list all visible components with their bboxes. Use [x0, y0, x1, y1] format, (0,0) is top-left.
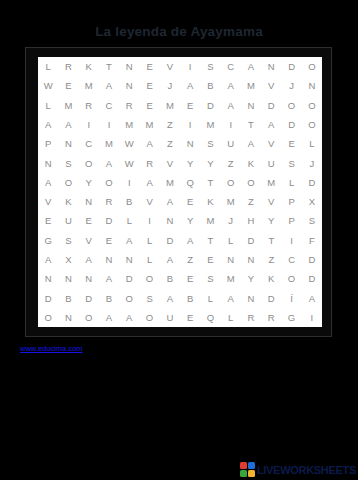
grid-cell[interactable]: I	[99, 115, 119, 134]
grid-cell[interactable]: D	[281, 57, 301, 76]
grid-cell[interactable]: V	[261, 134, 281, 153]
grid-cell[interactable]: E	[180, 192, 200, 211]
grid-cell[interactable]: O	[58, 173, 78, 192]
grid-cell[interactable]: P	[281, 211, 301, 230]
grid-cell[interactable]: T	[99, 57, 119, 76]
grid-cell[interactable]: U	[160, 308, 180, 327]
grid-cell[interactable]: R	[58, 57, 78, 76]
grid-cell[interactable]: T	[200, 173, 220, 192]
grid-cell[interactable]: V	[160, 153, 180, 172]
grid-cell[interactable]: I	[139, 211, 159, 230]
grid-cell[interactable]: R	[261, 308, 281, 327]
grid-cell[interactable]: T	[261, 231, 281, 250]
grid-cell[interactable]: A	[180, 231, 200, 250]
grid-cell[interactable]: B	[99, 288, 119, 307]
grid-cell[interactable]: N	[119, 57, 139, 76]
grid-cell[interactable]: E	[99, 231, 119, 250]
grid-cell[interactable]: R	[99, 192, 119, 211]
liveworksheets-icon	[240, 462, 255, 477]
grid-cell[interactable]: U	[58, 211, 78, 230]
grid-cell[interactable]: X	[302, 192, 322, 211]
grid-cell[interactable]: Z	[261, 250, 281, 269]
grid-cell[interactable]: A	[221, 288, 241, 307]
grid-cell[interactable]: A	[99, 308, 119, 327]
grid-cell[interactable]: G	[281, 308, 301, 327]
grid-cell[interactable]: W	[38, 76, 58, 95]
grid-cell[interactable]: M	[200, 115, 220, 134]
grid-cell[interactable]: R	[79, 96, 99, 115]
grid-cell[interactable]: J	[221, 211, 241, 230]
grid-cell[interactable]: D	[38, 288, 58, 307]
grid-cell[interactable]: M	[160, 173, 180, 192]
grid-cell[interactable]: L	[200, 288, 220, 307]
grid-cell[interactable]: D	[241, 231, 261, 250]
grid-cell[interactable]: D	[302, 250, 322, 269]
grid-cell[interactable]: E	[180, 96, 200, 115]
grid-cell[interactable]: E	[139, 57, 159, 76]
grid-cell[interactable]: S	[200, 269, 220, 288]
grid-cell[interactable]: N	[261, 57, 281, 76]
educima-source-link[interactable]: www.educima.com	[20, 344, 83, 353]
grid-cell[interactable]: E	[38, 211, 58, 230]
grid-cell[interactable]: M	[119, 115, 139, 134]
grid-cell[interactable]: W	[119, 153, 139, 172]
grid-cell[interactable]: N	[79, 192, 99, 211]
grid-cell[interactable]: A	[160, 192, 180, 211]
grid-cell[interactable]: A	[180, 76, 200, 95]
grid-cell[interactable]: L	[139, 250, 159, 269]
grid-cell[interactable]: O	[79, 153, 99, 172]
grid-cell[interactable]: O	[302, 96, 322, 115]
grid-cell[interactable]: N	[241, 288, 261, 307]
grid-cell[interactable]: Y	[79, 173, 99, 192]
grid-cell[interactable]: L	[221, 231, 241, 250]
grid-cell[interactable]: O	[139, 269, 159, 288]
grid-cell[interactable]: Y	[200, 153, 220, 172]
grid-cell[interactable]: I	[302, 308, 322, 327]
grid-cell[interactable]: B	[180, 288, 200, 307]
grid-cell[interactable]: L	[38, 96, 58, 115]
grid-cell[interactable]: I	[180, 57, 200, 76]
grid-cell[interactable]: E	[139, 96, 159, 115]
grid-cell[interactable]: O	[119, 288, 139, 307]
letter-grid[interactable]: LRKTNEVISCANDOWEMANEJABAMVJNLMRCREMEDAND…	[38, 57, 322, 327]
liveworksheets-label: LIVEWORKSHEETS	[257, 464, 356, 476]
grid-cell[interactable]: J	[302, 153, 322, 172]
grid-cell[interactable]: O	[241, 173, 261, 192]
grid-cell[interactable]: M	[200, 211, 220, 230]
grid-cell[interactable]: A	[241, 57, 261, 76]
grid-cell[interactable]: F	[302, 231, 322, 250]
grid-cell[interactable]: K	[261, 269, 281, 288]
grid-cell[interactable]: D	[160, 231, 180, 250]
grid-cell[interactable]: A	[160, 288, 180, 307]
grid-cell[interactable]: E	[200, 250, 220, 269]
grid-cell[interactable]: N	[160, 211, 180, 230]
worksheet-page: La leyenda de Ayaymama LRKTNEVISCANDOWEM…	[0, 0, 358, 480]
grid-cell[interactable]: B	[58, 288, 78, 307]
grid-cell[interactable]: Z	[180, 250, 200, 269]
grid-cell[interactable]: O	[281, 269, 301, 288]
grid-cell[interactable]: L	[119, 211, 139, 230]
grid-cell[interactable]: E	[58, 76, 78, 95]
grid-cell[interactable]: T	[241, 115, 261, 134]
grid-cell[interactable]: E	[180, 269, 200, 288]
grid-cell[interactable]: M	[139, 115, 159, 134]
grid-cell[interactable]: A	[139, 173, 159, 192]
grid-cell[interactable]: M	[221, 192, 241, 211]
grid-cell[interactable]: X	[58, 250, 78, 269]
grid-cell[interactable]: Y	[241, 269, 261, 288]
grid-cell[interactable]: V	[261, 76, 281, 95]
grid-cell[interactable]: V	[79, 231, 99, 250]
grid-cell[interactable]: L	[38, 57, 58, 76]
grid-cell[interactable]: D	[302, 173, 322, 192]
grid-cell[interactable]: B	[200, 76, 220, 95]
grid-cell[interactable]: B	[160, 269, 180, 288]
grid-cell[interactable]: V	[160, 57, 180, 76]
grid-cell[interactable]: O	[281, 96, 301, 115]
grid-cell[interactable]: Z	[160, 115, 180, 134]
grid-cell[interactable]: D	[281, 115, 301, 134]
grid-cell[interactable]: N	[119, 76, 139, 95]
grid-cell[interactable]: S	[139, 288, 159, 307]
grid-cell[interactable]: M	[79, 76, 99, 95]
grid-cell[interactable]: P	[38, 134, 58, 153]
grid-cell[interactable]: R	[241, 308, 261, 327]
grid-cell[interactable]: Y	[180, 153, 200, 172]
grid-cell[interactable]: C	[99, 96, 119, 115]
grid-cell[interactable]: Y	[180, 211, 200, 230]
grid-cell[interactable]: L	[281, 173, 301, 192]
grid-cell[interactable]: A	[38, 250, 58, 269]
grid-cell[interactable]: N	[79, 269, 99, 288]
liveworksheets-logo[interactable]: LIVEWORKSHEETS	[240, 462, 356, 477]
grid-cell[interactable]: K	[200, 192, 220, 211]
grid-cell[interactable]: A	[99, 76, 119, 95]
grid-cell[interactable]: J	[160, 76, 180, 95]
grid-cell[interactable]: D	[200, 96, 220, 115]
grid-cell[interactable]: S	[302, 211, 322, 230]
grid-cell[interactable]: S	[58, 153, 78, 172]
grid-cell[interactable]: A	[99, 269, 119, 288]
grid-cell[interactable]: E	[281, 134, 301, 153]
grid-cell[interactable]: M	[99, 134, 119, 153]
grid-cell[interactable]: B	[119, 192, 139, 211]
grid-cell[interactable]: O	[221, 173, 241, 192]
grid-cell[interactable]: M	[241, 76, 261, 95]
grid-cell[interactable]: U	[221, 134, 241, 153]
grid-cell[interactable]: A	[99, 153, 119, 172]
grid-cell[interactable]: N	[38, 269, 58, 288]
grid-cell[interactable]: S	[58, 231, 78, 250]
grid-cell[interactable]: A	[139, 134, 159, 153]
grid-cell[interactable]: N	[302, 76, 322, 95]
grid-cell[interactable]: D	[119, 269, 139, 288]
grid-cell[interactable]: I	[221, 115, 241, 134]
grid-cell[interactable]: A	[302, 288, 322, 307]
grid-cell[interactable]: N	[119, 250, 139, 269]
grid-cell[interactable]: G	[38, 231, 58, 250]
grid-cell[interactable]: J	[281, 76, 301, 95]
grid-cell[interactable]: E	[180, 308, 200, 327]
grid-cell[interactable]: O	[79, 308, 99, 327]
grid-cell[interactable]: Z	[221, 153, 241, 172]
grid-cell[interactable]: E	[139, 76, 159, 95]
grid-cell[interactable]: L	[221, 308, 241, 327]
grid-cell[interactable]: N	[58, 308, 78, 327]
grid-cell[interactable]: N	[58, 134, 78, 153]
grid-cell[interactable]: Í	[281, 288, 301, 307]
grid-cell[interactable]: N	[221, 250, 241, 269]
grid-cell[interactable]: K	[79, 57, 99, 76]
grid-cell[interactable]: Q	[200, 308, 220, 327]
grid-cell[interactable]: O	[302, 115, 322, 134]
grid-cell[interactable]: D	[261, 288, 281, 307]
grid-cell[interactable]: A	[221, 76, 241, 95]
grid-cell[interactable]: W	[119, 134, 139, 153]
grid-cell[interactable]: O	[99, 173, 119, 192]
grid-cell[interactable]: A	[119, 231, 139, 250]
grid-cell[interactable]: P	[281, 192, 301, 211]
grid-cell[interactable]: D	[79, 288, 99, 307]
grid-cell[interactable]: I	[119, 173, 139, 192]
grid-cell[interactable]: M	[160, 96, 180, 115]
grid-cell[interactable]: A	[38, 115, 58, 134]
grid-cell[interactable]: I	[180, 115, 200, 134]
grid-cell[interactable]: H	[241, 211, 261, 230]
grid-cell[interactable]: M	[261, 173, 281, 192]
grid-cell[interactable]: N	[38, 153, 58, 172]
grid-cell[interactable]: T	[200, 231, 220, 250]
grid-cell[interactable]: C	[281, 250, 301, 269]
grid-cell[interactable]: M	[58, 96, 78, 115]
grid-cell[interactable]: A	[119, 308, 139, 327]
grid-cell[interactable]: Q	[180, 173, 200, 192]
grid-cell[interactable]: K	[241, 153, 261, 172]
grid-cell[interactable]: N	[180, 134, 200, 153]
grid-cell[interactable]: A	[58, 115, 78, 134]
grid-cell[interactable]: O	[38, 308, 58, 327]
grid-cell[interactable]: S	[200, 134, 220, 153]
grid-cell[interactable]: D	[99, 211, 119, 230]
grid-cell[interactable]: C	[221, 57, 241, 76]
grid-cell[interactable]: U	[261, 153, 281, 172]
grid-cell[interactable]: I	[281, 231, 301, 250]
grid-cell[interactable]: N	[58, 269, 78, 288]
grid-cell[interactable]: R	[119, 96, 139, 115]
grid-cell[interactable]: A	[241, 134, 261, 153]
grid-cell[interactable]: N	[241, 96, 261, 115]
grid-cell[interactable]: V	[261, 192, 281, 211]
grid-cell[interactable]: K	[58, 192, 78, 211]
grid-cell[interactable]: E	[79, 211, 99, 230]
grid-cell[interactable]: I	[79, 115, 99, 134]
grid-cell[interactable]: V	[38, 192, 58, 211]
grid-cell[interactable]: Y	[261, 211, 281, 230]
grid-cell[interactable]: C	[79, 134, 99, 153]
grid-cell[interactable]: A	[160, 250, 180, 269]
grid-cell[interactable]: O	[302, 57, 322, 76]
grid-cell[interactable]: Z	[241, 192, 261, 211]
grid-cell[interactable]: S	[281, 153, 301, 172]
grid-cell[interactable]: A	[38, 173, 58, 192]
grid-cell[interactable]: V	[139, 192, 159, 211]
puzzle-title: La leyenda de Ayaymama	[0, 24, 358, 39]
grid-cell[interactable]: L	[302, 134, 322, 153]
grid-cell[interactable]: N	[241, 250, 261, 269]
grid-cell[interactable]: D	[302, 269, 322, 288]
grid-cell[interactable]: A	[79, 250, 99, 269]
grid-cell[interactable]: S	[200, 57, 220, 76]
grid-cell[interactable]: A	[261, 115, 281, 134]
grid-cell[interactable]: N	[99, 250, 119, 269]
grid-cell[interactable]: D	[261, 96, 281, 115]
grid-cell[interactable]: O	[139, 308, 159, 327]
grid-cell[interactable]: Z	[160, 134, 180, 153]
grid-cell[interactable]: L	[139, 231, 159, 250]
grid-cell[interactable]: M	[221, 269, 241, 288]
grid-cell[interactable]: R	[139, 153, 159, 172]
grid-cell[interactable]: A	[221, 96, 241, 115]
